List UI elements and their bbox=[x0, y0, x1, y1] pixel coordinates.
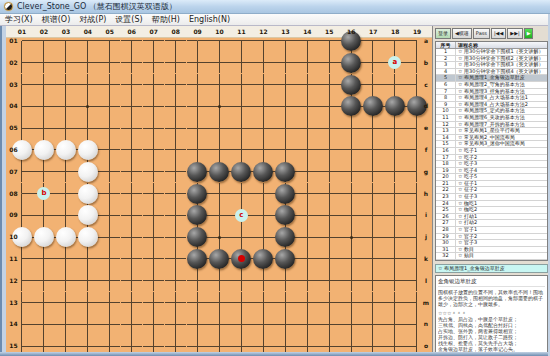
board-intersection[interactable] bbox=[208, 117, 230, 139]
board-intersection[interactable] bbox=[274, 292, 296, 314]
board-intersection[interactable] bbox=[230, 270, 252, 292]
board-intersection[interactable] bbox=[99, 52, 121, 74]
board-intersection[interactable] bbox=[33, 52, 55, 74]
board-intersection[interactable] bbox=[274, 139, 296, 161]
board-intersection[interactable] bbox=[33, 204, 55, 226]
board-intersection[interactable] bbox=[230, 183, 252, 205]
board-intersection[interactable] bbox=[77, 313, 99, 335]
board-intersection[interactable] bbox=[230, 95, 252, 117]
title-bar[interactable]: Clever_Stone_GO （慧石围棋汉英双语版） bbox=[0, 0, 550, 14]
board-intersection[interactable] bbox=[143, 74, 165, 96]
board-intersection[interactable] bbox=[362, 139, 384, 161]
lesson-row-3[interactable]: 3☆ 用30分钟学会下围棋3（英文讲解） bbox=[436, 62, 547, 69]
board-intersection[interactable] bbox=[187, 313, 209, 335]
board-intersection[interactable] bbox=[187, 226, 209, 248]
lesson-row-23[interactable]: 23☆ 征子3 bbox=[436, 194, 547, 201]
lesson-number: 6 bbox=[436, 82, 456, 88]
board-intersection[interactable] bbox=[121, 95, 143, 117]
board-intersection[interactable] bbox=[296, 117, 318, 139]
board-intersection[interactable] bbox=[340, 52, 362, 74]
board-intersection[interactable] bbox=[252, 183, 274, 205]
board-intersection[interactable] bbox=[362, 204, 384, 226]
toolbar-button-2[interactable]: Pass bbox=[473, 28, 490, 39]
menu-item-3[interactable]: 设置(S) bbox=[115, 14, 142, 25]
board-intersection[interactable] bbox=[384, 270, 406, 292]
board-intersection[interactable] bbox=[274, 95, 296, 117]
board-intersection[interactable] bbox=[99, 270, 121, 292]
board-intersection[interactable] bbox=[55, 270, 77, 292]
board-intersection[interactable] bbox=[33, 248, 55, 270]
board-intersection[interactable] bbox=[143, 270, 165, 292]
board-intersection[interactable] bbox=[121, 183, 143, 205]
black-stone bbox=[187, 184, 207, 204]
lesson-number: 9 bbox=[436, 102, 456, 108]
row-label-left-15: 15 bbox=[7, 342, 20, 350]
board-intersection[interactable] bbox=[77, 95, 99, 117]
board-intersection[interactable] bbox=[55, 183, 77, 205]
board-intersection[interactable] bbox=[165, 95, 187, 117]
black-stone bbox=[187, 162, 207, 182]
lesson-row-18[interactable]: 18☆ 吃子3 bbox=[436, 161, 547, 168]
lesson-row-26[interactable]: 26☆ 打劫1 bbox=[436, 214, 547, 221]
board-intersection[interactable] bbox=[296, 292, 318, 314]
toolbar-button-4[interactable]: ▶▶| bbox=[507, 28, 522, 39]
board-intersection[interactable] bbox=[55, 292, 77, 314]
board-intersection[interactable] bbox=[208, 95, 230, 117]
lesson-row-2[interactable]: 2☆ 用30分钟学会下围棋2（英文讲解） bbox=[436, 56, 547, 63]
board-intersection[interactable] bbox=[33, 226, 55, 248]
board-intersection[interactable] bbox=[362, 248, 384, 270]
board-intersection[interactable] bbox=[77, 117, 99, 139]
board-intersection[interactable] bbox=[143, 95, 165, 117]
lesson-number: 2 bbox=[436, 56, 456, 62]
board-intersection[interactable] bbox=[252, 248, 274, 270]
board-intersection[interactable] bbox=[340, 117, 362, 139]
board-intersection[interactable] bbox=[208, 270, 230, 292]
board-intersection[interactable] bbox=[33, 117, 55, 139]
board-intersection[interactable] bbox=[252, 292, 274, 314]
lesson-row-28[interactable]: 28☆ 官子1 bbox=[436, 227, 547, 234]
board-intersection[interactable] bbox=[362, 183, 384, 205]
board-intersection[interactable] bbox=[318, 139, 340, 161]
lesson-name: ☆ 征子2 bbox=[456, 187, 547, 193]
board-intersection[interactable] bbox=[33, 95, 55, 117]
board-intersection[interactable] bbox=[55, 248, 77, 270]
board-intersection[interactable] bbox=[340, 183, 362, 205]
board-intersection[interactable] bbox=[165, 117, 187, 139]
board-intersection[interactable] bbox=[77, 74, 99, 96]
lesson-row-14[interactable]: 14☆ 常见布局2_中国流布局 bbox=[436, 135, 547, 142]
board-intersection[interactable] bbox=[121, 74, 143, 96]
board-intersection[interactable] bbox=[362, 117, 384, 139]
lesson-row-9[interactable]: 9☆ 布局原理4_占大场基本方法2 bbox=[436, 102, 547, 109]
board-intersection[interactable] bbox=[165, 226, 187, 248]
lesson-row-27[interactable]: 27☆ 打劫2 bbox=[436, 220, 547, 227]
board-intersection[interactable] bbox=[187, 248, 209, 270]
board-intersection[interactable] bbox=[55, 204, 77, 226]
lesson-info-box[interactable]: 金角银边草肚皮 围棋棋子放置的位置不同，其效率也不同！围地多少决定胜负，围相同的… bbox=[435, 275, 548, 353]
lesson-row-15[interactable]: 15☆ 常见布局3_迷你中国流布局 bbox=[436, 141, 547, 148]
board-intersection[interactable] bbox=[208, 139, 230, 161]
black-stone bbox=[275, 162, 295, 182]
board-intersection[interactable] bbox=[296, 139, 318, 161]
board-intersection[interactable] bbox=[384, 117, 406, 139]
menu-item-2[interactable]: 对战(P) bbox=[79, 14, 106, 25]
board-intersection[interactable] bbox=[99, 183, 121, 205]
board-intersection[interactable] bbox=[252, 270, 274, 292]
board-intersection[interactable] bbox=[384, 161, 406, 183]
lesson-row-19[interactable]: 19☆ 吃子4 bbox=[436, 168, 547, 175]
black-stone bbox=[187, 205, 207, 225]
board-intersection[interactable] bbox=[143, 204, 165, 226]
board-intersection[interactable] bbox=[187, 161, 209, 183]
board-intersection[interactable] bbox=[340, 161, 362, 183]
board-intersection[interactable] bbox=[230, 226, 252, 248]
board-intersection[interactable] bbox=[362, 292, 384, 314]
board-intersection[interactable] bbox=[296, 226, 318, 248]
board-intersection[interactable] bbox=[187, 74, 209, 96]
board-intersection[interactable] bbox=[187, 139, 209, 161]
board-intersection[interactable] bbox=[230, 74, 252, 96]
board-intersection[interactable] bbox=[143, 161, 165, 183]
board-intersection[interactable] bbox=[340, 204, 362, 226]
lesson-row-1[interactable]: 1☆ 用30分钟学会下围棋1（英文讲解） bbox=[436, 49, 547, 56]
board-intersection[interactable] bbox=[99, 161, 121, 183]
board-intersection[interactable] bbox=[121, 226, 143, 248]
row-label-left-09: 09 bbox=[7, 211, 20, 219]
board-intersection[interactable] bbox=[384, 226, 406, 248]
board-intersection[interactable] bbox=[55, 313, 77, 335]
lesson-number: 30 bbox=[436, 240, 456, 246]
board-intersection[interactable] bbox=[99, 248, 121, 270]
board-intersection[interactable] bbox=[208, 204, 230, 226]
lesson-row-24[interactable]: 24☆ 枷吃1 bbox=[436, 201, 547, 208]
board-intersection[interactable] bbox=[340, 74, 362, 96]
board-intersection[interactable] bbox=[55, 117, 77, 139]
board-intersection[interactable] bbox=[208, 74, 230, 96]
lesson-row-11[interactable]: 11☆ 布局原理6_夹攻的基本方法 bbox=[436, 115, 547, 122]
board-intersection[interactable] bbox=[230, 313, 252, 335]
board-intersection[interactable] bbox=[208, 248, 230, 270]
board-intersection[interactable] bbox=[143, 292, 165, 314]
board-intersection[interactable] bbox=[296, 204, 318, 226]
lesson-row-29[interactable]: 29☆ 官子2 bbox=[436, 234, 547, 241]
board-intersection[interactable] bbox=[187, 95, 209, 117]
board-intersection[interactable] bbox=[252, 95, 274, 117]
toolbar-button-0[interactable]: 登录 bbox=[435, 28, 451, 39]
lesson-row-22[interactable]: 22☆ 征子2 bbox=[436, 187, 547, 194]
board-intersection[interactable] bbox=[187, 183, 209, 205]
board-intersection[interactable] bbox=[340, 139, 362, 161]
board-intersection[interactable] bbox=[252, 52, 274, 74]
col-label-05: 05 bbox=[102, 28, 118, 36]
board-intersection[interactable] bbox=[230, 161, 252, 183]
board-intersection[interactable]: b bbox=[33, 183, 55, 205]
menu-item-4[interactable]: 帮助(H) bbox=[152, 14, 180, 25]
board-intersection[interactable] bbox=[165, 183, 187, 205]
board-intersection[interactable] bbox=[252, 313, 274, 335]
board-intersection[interactable] bbox=[77, 161, 99, 183]
lesson-row-32[interactable]: 32☆ 贴目 bbox=[436, 253, 547, 260]
row-label-left-14: 14 bbox=[7, 320, 20, 328]
lesson-row-7[interactable]: 7☆ 布局原理3_挂角的基本方法 bbox=[436, 89, 547, 96]
lesson-row-30[interactable]: 30☆ 官子3 bbox=[436, 240, 547, 247]
board-intersection[interactable] bbox=[296, 161, 318, 183]
board-intersection[interactable] bbox=[33, 139, 55, 161]
board-intersection[interactable] bbox=[230, 292, 252, 314]
board-intersection[interactable] bbox=[230, 117, 252, 139]
board-intersection[interactable] bbox=[252, 204, 274, 226]
board-intersection[interactable] bbox=[296, 52, 318, 74]
board-intersection[interactable] bbox=[121, 292, 143, 314]
board-intersection[interactable] bbox=[121, 313, 143, 335]
board-intersection[interactable] bbox=[340, 270, 362, 292]
lesson-row-10[interactable]: 10☆ 布局原理5_定式的基本方法 bbox=[436, 108, 547, 115]
board-intersection[interactable] bbox=[318, 292, 340, 314]
board-intersection[interactable] bbox=[318, 313, 340, 335]
board-intersection[interactable] bbox=[340, 313, 362, 335]
row-label-left-01: 01 bbox=[7, 37, 20, 45]
board-intersection[interactable] bbox=[384, 313, 406, 335]
board-intersection[interactable] bbox=[230, 52, 252, 74]
board-intersection[interactable] bbox=[187, 204, 209, 226]
board-intersection[interactable] bbox=[121, 52, 143, 74]
board-intersection[interactable] bbox=[99, 292, 121, 314]
board-intersection[interactable] bbox=[143, 183, 165, 205]
lesson-number: 8 bbox=[436, 95, 456, 101]
board-intersection[interactable] bbox=[165, 292, 187, 314]
star-point bbox=[218, 105, 221, 108]
toolbar-button-1[interactable]: ◀棋谱 bbox=[452, 28, 472, 39]
lesson-row-8[interactable]: 8☆ 布局原理4_占大场基本方法1 bbox=[436, 95, 547, 102]
board-intersection[interactable] bbox=[362, 161, 384, 183]
board-intersection[interactable] bbox=[99, 139, 121, 161]
board-intersection[interactable] bbox=[143, 117, 165, 139]
board-intersection[interactable] bbox=[143, 52, 165, 74]
board-intersection[interactable] bbox=[165, 270, 187, 292]
board-intersection[interactable] bbox=[362, 95, 384, 117]
point-marker-b: b bbox=[37, 187, 50, 200]
row-label-left-11: 11 bbox=[7, 255, 20, 263]
lesson-row-12[interactable]: 12☆ 布局原理7_开拆的基本方法 bbox=[436, 122, 547, 129]
board-intersection[interactable] bbox=[165, 74, 187, 96]
board-intersection[interactable] bbox=[165, 139, 187, 161]
board-intersection[interactable] bbox=[33, 161, 55, 183]
board-intersection[interactable] bbox=[33, 292, 55, 314]
board-intersection[interactable] bbox=[165, 248, 187, 270]
lesson-row-31[interactable]: 31☆ 数目 bbox=[436, 247, 547, 254]
board-intersection[interactable] bbox=[121, 139, 143, 161]
lesson-name: ☆ 贴目 bbox=[456, 253, 547, 259]
menu-item-5[interactable]: English(N) bbox=[189, 15, 230, 24]
board-intersection[interactable] bbox=[252, 226, 274, 248]
board-intersection[interactable] bbox=[274, 74, 296, 96]
menu-item-1[interactable]: 棋谱(O) bbox=[42, 14, 71, 25]
lesson-row-25[interactable]: 25☆ 枷吃2 bbox=[436, 207, 547, 214]
board-intersection[interactable] bbox=[340, 292, 362, 314]
board-intersection[interactable] bbox=[208, 161, 230, 183]
current-lesson-bar: ☆ 布局原理1_金角银边草肚皮 bbox=[435, 264, 548, 273]
board-intersection[interactable]: a bbox=[384, 52, 406, 74]
board-intersection[interactable] bbox=[274, 270, 296, 292]
board-intersection[interactable] bbox=[296, 183, 318, 205]
board-intersection[interactable] bbox=[384, 248, 406, 270]
board-intersection[interactable] bbox=[33, 74, 55, 96]
board-intersection[interactable] bbox=[318, 52, 340, 74]
lesson-row-17[interactable]: 17☆ 吃子2 bbox=[436, 155, 547, 162]
board-intersection[interactable] bbox=[230, 248, 252, 270]
board-intersection[interactable] bbox=[296, 270, 318, 292]
board-intersection[interactable] bbox=[274, 226, 296, 248]
board-intersection[interactable] bbox=[274, 52, 296, 74]
board-intersection[interactable] bbox=[274, 183, 296, 205]
row-label-right-o: o bbox=[421, 342, 431, 350]
board-intersection[interactable] bbox=[55, 95, 77, 117]
board-intersection[interactable] bbox=[77, 270, 99, 292]
board-intersection[interactable] bbox=[296, 95, 318, 117]
board-intersection[interactable] bbox=[208, 52, 230, 74]
toolbar-button-5[interactable]: ▶ bbox=[524, 28, 533, 39]
board-intersection[interactable] bbox=[296, 313, 318, 335]
board-intersection[interactable] bbox=[99, 313, 121, 335]
board-intersection[interactable] bbox=[318, 204, 340, 226]
lesson-row-13[interactable]: 13☆ 常见布局1_星位平行布局 bbox=[436, 128, 547, 135]
lesson-row-4[interactable]: 4☆ 用30分钟学会下围棋4（英文讲解） bbox=[436, 69, 547, 76]
board-intersection[interactable] bbox=[208, 313, 230, 335]
white-stone bbox=[56, 140, 76, 160]
board-intersection[interactable] bbox=[318, 248, 340, 270]
board-intersection[interactable] bbox=[384, 95, 406, 117]
board-intersection[interactable] bbox=[252, 139, 274, 161]
board-intersection[interactable] bbox=[143, 139, 165, 161]
board-intersection[interactable] bbox=[99, 117, 121, 139]
board-intersection[interactable] bbox=[274, 313, 296, 335]
lesson-row-20[interactable]: 20☆ 吃子5 bbox=[436, 174, 547, 181]
board-intersection[interactable] bbox=[77, 183, 99, 205]
row-label-left-05: 05 bbox=[7, 124, 20, 132]
lesson-name: ☆ 征子1 bbox=[456, 181, 547, 187]
board-intersection[interactable] bbox=[340, 248, 362, 270]
board-intersection[interactable] bbox=[77, 139, 99, 161]
board-intersection[interactable] bbox=[340, 226, 362, 248]
board-intersection[interactable] bbox=[274, 161, 296, 183]
board-intersection[interactable] bbox=[143, 248, 165, 270]
board-intersection[interactable] bbox=[77, 292, 99, 314]
star-point bbox=[350, 236, 353, 239]
board-intersection[interactable] bbox=[318, 183, 340, 205]
board-intersection[interactable] bbox=[77, 226, 99, 248]
board-intersection[interactable] bbox=[187, 292, 209, 314]
board-intersection[interactable] bbox=[252, 117, 274, 139]
board-intersection[interactable]: c bbox=[230, 204, 252, 226]
board-intersection[interactable] bbox=[274, 117, 296, 139]
board-intersection[interactable] bbox=[77, 248, 99, 270]
board-intersection[interactable] bbox=[121, 270, 143, 292]
board-intersection[interactable] bbox=[318, 161, 340, 183]
board-intersection[interactable] bbox=[121, 248, 143, 270]
board-intersection[interactable] bbox=[143, 226, 165, 248]
row-label-left-12: 12 bbox=[7, 277, 20, 285]
board-intersection[interactable] bbox=[165, 313, 187, 335]
board-intersection[interactable] bbox=[143, 313, 165, 335]
lesson-row-5[interactable]: 5☆ 布局原理1_金角银边草肚皮 bbox=[436, 75, 547, 82]
board-intersection[interactable] bbox=[187, 270, 209, 292]
row-label-right-h: h bbox=[421, 190, 431, 198]
toolbar-button-3[interactable]: |◀◀ bbox=[491, 28, 506, 39]
board-intersection[interactable] bbox=[384, 204, 406, 226]
window-left-border-inner bbox=[2, 26, 6, 356]
board-intersection[interactable] bbox=[362, 313, 384, 335]
lesson-number: 15 bbox=[436, 141, 456, 147]
board-intersection[interactable] bbox=[187, 117, 209, 139]
board-intersection[interactable] bbox=[55, 74, 77, 96]
board-intersection[interactable] bbox=[362, 226, 384, 248]
board-intersection[interactable] bbox=[55, 226, 77, 248]
board-intersection[interactable] bbox=[318, 74, 340, 96]
board-intersection[interactable] bbox=[384, 74, 406, 96]
black-stone bbox=[253, 162, 273, 182]
board-intersection[interactable] bbox=[252, 74, 274, 96]
board-intersection[interactable] bbox=[77, 204, 99, 226]
board-intersection[interactable] bbox=[208, 183, 230, 205]
board-intersection[interactable] bbox=[274, 204, 296, 226]
board-intersection[interactable] bbox=[362, 270, 384, 292]
board-intersection[interactable] bbox=[77, 52, 99, 74]
board-intersection[interactable] bbox=[384, 183, 406, 205]
board-intersection[interactable] bbox=[55, 161, 77, 183]
board-intersection[interactable] bbox=[99, 95, 121, 117]
board-intersection[interactable] bbox=[121, 204, 143, 226]
board-intersection[interactable] bbox=[121, 117, 143, 139]
board-intersection[interactable] bbox=[340, 95, 362, 117]
board-intersection[interactable] bbox=[384, 139, 406, 161]
board-intersection[interactable] bbox=[318, 270, 340, 292]
lesson-row-16[interactable]: 16☆ 吃子1 bbox=[436, 148, 547, 155]
lesson-row-6[interactable]: 6☆ 布局原理2_守角的基本方法 bbox=[436, 82, 547, 89]
board-intersection[interactable] bbox=[318, 117, 340, 139]
board-intersection[interactable] bbox=[384, 292, 406, 314]
board-intersection[interactable] bbox=[230, 139, 252, 161]
board-intersection[interactable] bbox=[318, 226, 340, 248]
board-intersection[interactable] bbox=[55, 139, 77, 161]
board-intersection[interactable] bbox=[208, 226, 230, 248]
board-intersection[interactable] bbox=[99, 204, 121, 226]
board-intersection[interactable] bbox=[274, 248, 296, 270]
black-stone bbox=[341, 96, 361, 116]
board-intersection[interactable] bbox=[187, 52, 209, 74]
board-intersection[interactable] bbox=[99, 226, 121, 248]
lesson-name: ☆ 吃子2 bbox=[456, 155, 547, 161]
board-intersection[interactable] bbox=[33, 270, 55, 292]
board-intersection[interactable] bbox=[318, 95, 340, 117]
board-intersection[interactable] bbox=[33, 313, 55, 335]
board-intersection[interactable] bbox=[99, 74, 121, 96]
board-intersection[interactable] bbox=[165, 161, 187, 183]
board-intersection[interactable] bbox=[165, 204, 187, 226]
lesson-name: ☆ 数目 bbox=[456, 247, 547, 253]
board-intersection[interactable] bbox=[208, 292, 230, 314]
board-intersection[interactable] bbox=[121, 161, 143, 183]
board-intersection[interactable] bbox=[55, 52, 77, 74]
board-intersection[interactable] bbox=[296, 248, 318, 270]
board-intersection[interactable] bbox=[252, 161, 274, 183]
board-intersection[interactable] bbox=[362, 74, 384, 96]
board-intersection[interactable] bbox=[165, 52, 187, 74]
lesson-row-21[interactable]: 21☆ 征子1 bbox=[436, 181, 547, 188]
menu-item-0[interactable]: 学习(X) bbox=[5, 14, 33, 25]
board-intersection[interactable] bbox=[296, 74, 318, 96]
board-intersection[interactable] bbox=[362, 52, 384, 74]
